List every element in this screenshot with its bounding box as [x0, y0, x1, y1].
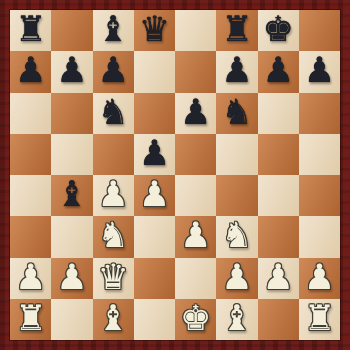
square-f1[interactable]: ♝	[216, 299, 257, 340]
black-pawn-icon: ♟	[221, 53, 252, 88]
black-pawn-icon: ♟	[139, 136, 170, 171]
black-rook-icon: ♜	[221, 12, 252, 47]
square-g5[interactable]	[258, 134, 299, 175]
square-c2[interactable]: ♛	[93, 258, 134, 299]
square-h5[interactable]	[299, 134, 340, 175]
square-b3[interactable]	[51, 216, 92, 257]
square-h1[interactable]: ♜	[299, 299, 340, 340]
black-pawn-icon: ♟	[180, 95, 211, 130]
square-b4[interactable]: ♝	[51, 175, 92, 216]
square-a8[interactable]: ♜	[10, 10, 51, 51]
square-d8[interactable]: ♛	[134, 10, 175, 51]
square-f8[interactable]: ♜	[216, 10, 257, 51]
square-d3[interactable]	[134, 216, 175, 257]
square-d6[interactable]	[134, 93, 175, 134]
square-e1[interactable]: ♚	[175, 299, 216, 340]
square-g7[interactable]: ♟	[258, 51, 299, 92]
white-pawn-icon: ♟	[180, 218, 211, 253]
square-c8[interactable]: ♝	[93, 10, 134, 51]
square-g4[interactable]	[258, 175, 299, 216]
square-c6[interactable]: ♞	[93, 93, 134, 134]
white-rook-icon: ♜	[15, 301, 46, 336]
white-pawn-icon: ♟	[15, 260, 46, 295]
square-d5[interactable]: ♟	[134, 134, 175, 175]
square-b6[interactable]	[51, 93, 92, 134]
chess-board-frame: ♜♝♛♜♚♟♟♟♟♟♟♞♟♞♟♝♟♟♞♟♞♟♟♛♟♟♟♜♝♚♝♜	[0, 0, 350, 350]
square-d7[interactable]	[134, 51, 175, 92]
square-e3[interactable]: ♟	[175, 216, 216, 257]
white-pawn-icon: ♟	[139, 177, 170, 212]
square-h7[interactable]: ♟	[299, 51, 340, 92]
square-f4[interactable]	[216, 175, 257, 216]
square-h3[interactable]	[299, 216, 340, 257]
square-h4[interactable]	[299, 175, 340, 216]
black-knight-icon: ♞	[97, 95, 128, 130]
black-pawn-icon: ♟	[304, 53, 335, 88]
black-queen-icon: ♛	[139, 12, 170, 47]
white-pawn-icon: ♟	[56, 260, 87, 295]
square-f5[interactable]	[216, 134, 257, 175]
square-a4[interactable]	[10, 175, 51, 216]
chess-board: ♜♝♛♜♚♟♟♟♟♟♟♞♟♞♟♝♟♟♞♟♞♟♟♛♟♟♟♜♝♚♝♜	[10, 10, 340, 340]
square-c5[interactable]	[93, 134, 134, 175]
square-e4[interactable]	[175, 175, 216, 216]
square-d4[interactable]: ♟	[134, 175, 175, 216]
black-pawn-icon: ♟	[56, 53, 87, 88]
square-b8[interactable]	[51, 10, 92, 51]
square-e8[interactable]	[175, 10, 216, 51]
square-g6[interactable]	[258, 93, 299, 134]
white-knight-icon: ♞	[221, 218, 252, 253]
square-a2[interactable]: ♟	[10, 258, 51, 299]
square-h6[interactable]	[299, 93, 340, 134]
square-e5[interactable]	[175, 134, 216, 175]
white-bishop-icon: ♝	[97, 301, 128, 336]
square-c3[interactable]: ♞	[93, 216, 134, 257]
square-f7[interactable]: ♟	[216, 51, 257, 92]
square-g3[interactable]	[258, 216, 299, 257]
square-e2[interactable]	[175, 258, 216, 299]
square-a3[interactable]	[10, 216, 51, 257]
square-g1[interactable]	[258, 299, 299, 340]
black-pawn-icon: ♟	[15, 53, 46, 88]
black-king-icon: ♚	[262, 12, 293, 47]
white-knight-icon: ♞	[97, 218, 128, 253]
white-rook-icon: ♜	[304, 301, 335, 336]
square-g8[interactable]: ♚	[258, 10, 299, 51]
square-h8[interactable]	[299, 10, 340, 51]
white-pawn-icon: ♟	[262, 260, 293, 295]
white-king-icon: ♚	[180, 301, 211, 336]
white-pawn-icon: ♟	[97, 177, 128, 212]
black-pawn-icon: ♟	[97, 53, 128, 88]
white-pawn-icon: ♟	[221, 260, 252, 295]
square-e6[interactable]: ♟	[175, 93, 216, 134]
square-a7[interactable]: ♟	[10, 51, 51, 92]
square-f6[interactable]: ♞	[216, 93, 257, 134]
square-b2[interactable]: ♟	[51, 258, 92, 299]
square-d2[interactable]	[134, 258, 175, 299]
white-queen-icon: ♛	[97, 260, 128, 295]
square-c1[interactable]: ♝	[93, 299, 134, 340]
square-d1[interactable]	[134, 299, 175, 340]
square-e7[interactable]	[175, 51, 216, 92]
black-bishop-icon: ♝	[56, 177, 87, 212]
square-b5[interactable]	[51, 134, 92, 175]
square-a5[interactable]	[10, 134, 51, 175]
square-c7[interactable]: ♟	[93, 51, 134, 92]
square-b1[interactable]	[51, 299, 92, 340]
square-b7[interactable]: ♟	[51, 51, 92, 92]
black-knight-icon: ♞	[221, 95, 252, 130]
white-bishop-icon: ♝	[221, 301, 252, 336]
square-h2[interactable]: ♟	[299, 258, 340, 299]
black-pawn-icon: ♟	[262, 53, 293, 88]
black-rook-icon: ♜	[15, 12, 46, 47]
black-bishop-icon: ♝	[97, 12, 128, 47]
square-g2[interactable]: ♟	[258, 258, 299, 299]
white-pawn-icon: ♟	[304, 260, 335, 295]
square-c4[interactable]: ♟	[93, 175, 134, 216]
square-a6[interactable]	[10, 93, 51, 134]
square-a1[interactable]: ♜	[10, 299, 51, 340]
square-f3[interactable]: ♞	[216, 216, 257, 257]
square-f2[interactable]: ♟	[216, 258, 257, 299]
